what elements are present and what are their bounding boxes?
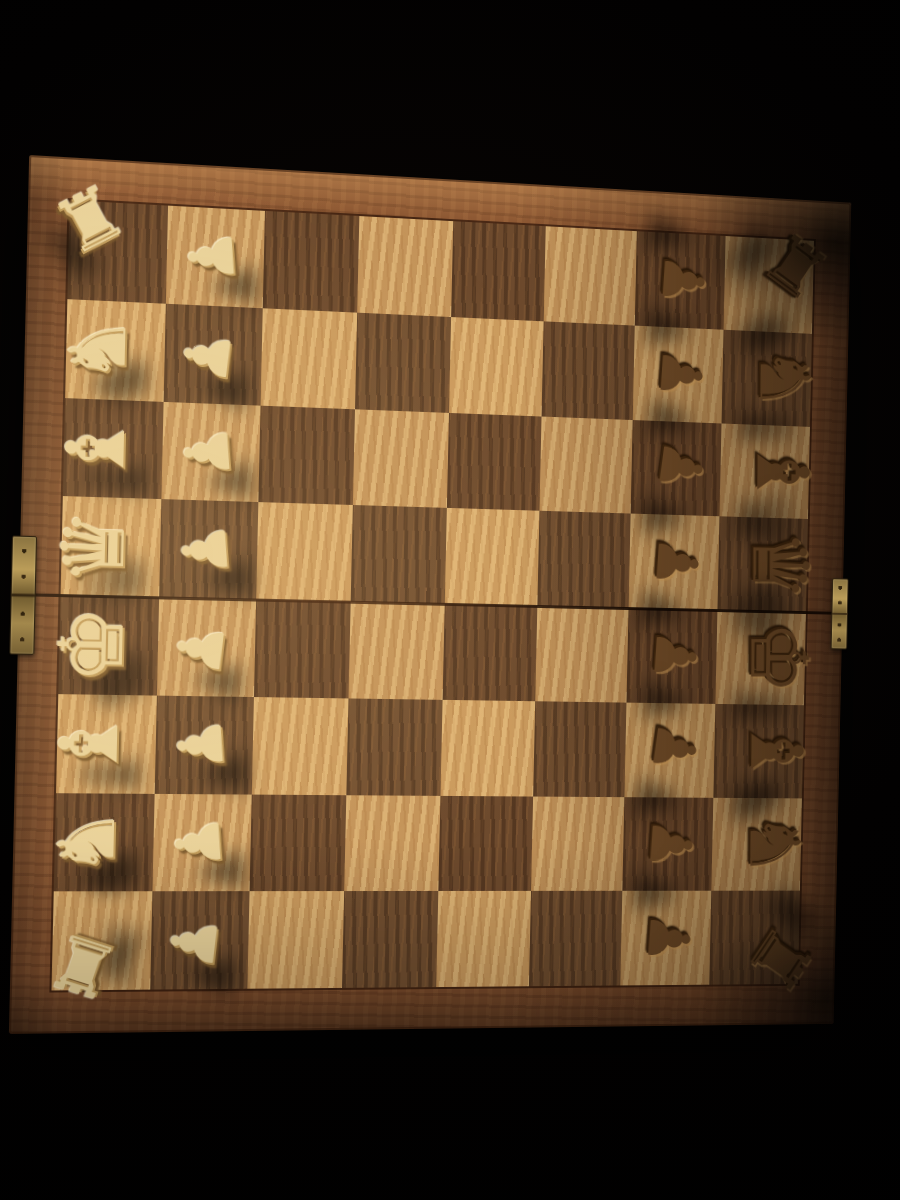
- square-g1[interactable]: ♞: [54, 793, 155, 892]
- photo-background: ♜♟♟♜♞♟♟♞♝♟♟♝♛♟♟♛♚♟♟♚♝♟♟♝♞♟♟♞♜♟♟♜: [0, 0, 900, 1200]
- chess-board: ♜♟♟♜♞♟♟♞♝♟♟♝♛♟♟♛♚♟♟♚♝♟♟♝♞♟♟♞♜♟♟♜: [9, 155, 851, 1034]
- white-bishop[interactable]: ♝: [56, 694, 157, 794]
- white-pawn[interactable]: ♟: [154, 695, 253, 794]
- square-g8[interactable]: ♞: [712, 797, 802, 891]
- square-g5[interactable]: [438, 795, 533, 891]
- black-pawn[interactable]: ♟: [630, 420, 722, 517]
- white-pawn[interactable]: ♟: [159, 499, 258, 599]
- square-h7[interactable]: ♟: [620, 891, 712, 985]
- white-knight[interactable]: ♞: [54, 793, 155, 892]
- square-c6[interactable]: [539, 416, 632, 514]
- square-c1[interactable]: ♝: [63, 398, 164, 500]
- square-b3[interactable]: [260, 308, 357, 409]
- square-d4[interactable]: [351, 505, 447, 604]
- square-e2[interactable]: ♟: [157, 597, 256, 696]
- square-b7[interactable]: ♟: [632, 325, 724, 423]
- white-knight[interactable]: ♞: [65, 299, 165, 401]
- square-h5[interactable]: [436, 891, 531, 987]
- black-knight[interactable]: ♞: [712, 797, 802, 891]
- square-h8[interactable]: ♜: [710, 891, 800, 985]
- square-g3[interactable]: [249, 794, 347, 891]
- black-bishop[interactable]: ♝: [720, 423, 810, 519]
- board-grid: ♜♟♟♜♞♟♟♞♝♟♟♝♛♟♟♛♚♟♟♚♝♟♟♝♞♟♟♞♜♟♟♜: [51, 200, 813, 990]
- black-rook[interactable]: ♜: [710, 891, 800, 985]
- square-d6[interactable]: [537, 511, 630, 608]
- black-pawn[interactable]: ♟: [620, 891, 712, 985]
- square-c7[interactable]: ♟: [630, 420, 722, 517]
- black-pawn[interactable]: ♟: [632, 325, 724, 423]
- square-c5[interactable]: [447, 412, 541, 511]
- black-pawn[interactable]: ♟: [624, 702, 716, 797]
- black-pawn[interactable]: ♟: [634, 231, 726, 329]
- square-g6[interactable]: [531, 796, 624, 891]
- square-h1[interactable]: ♜: [51, 891, 152, 990]
- square-e6[interactable]: [535, 606, 628, 702]
- square-g2[interactable]: ♟: [152, 793, 251, 891]
- white-pawn[interactable]: ♟: [163, 303, 262, 405]
- square-c3[interactable]: [258, 405, 355, 505]
- white-rook[interactable]: ♜: [67, 200, 167, 303]
- black-knight[interactable]: ♞: [722, 329, 812, 426]
- square-g4[interactable]: [344, 795, 440, 892]
- white-pawn[interactable]: ♟: [166, 206, 265, 308]
- square-e5[interactable]: [443, 604, 538, 701]
- square-f3[interactable]: [251, 697, 349, 795]
- black-pawn[interactable]: ♟: [628, 514, 720, 610]
- square-g7[interactable]: ♟: [622, 797, 714, 891]
- black-rook[interactable]: ♜: [724, 236, 814, 334]
- square-b4[interactable]: [355, 312, 451, 412]
- square-a5[interactable]: [451, 221, 545, 321]
- square-d7[interactable]: ♟: [628, 514, 720, 610]
- black-bishop[interactable]: ♝: [714, 704, 804, 798]
- black-pawn[interactable]: ♟: [622, 797, 714, 891]
- square-c2[interactable]: ♟: [161, 401, 260, 502]
- square-f7[interactable]: ♟: [624, 702, 716, 797]
- square-c8[interactable]: ♝: [720, 423, 810, 519]
- white-pawn[interactable]: ♟: [157, 597, 256, 696]
- square-e1[interactable]: ♚: [58, 595, 159, 695]
- square-a1[interactable]: ♜: [67, 200, 167, 303]
- square-e8[interactable]: ♚: [716, 610, 806, 705]
- square-e7[interactable]: ♟: [626, 608, 718, 704]
- square-h6[interactable]: [529, 891, 622, 986]
- square-b6[interactable]: [541, 321, 634, 419]
- square-f8[interactable]: ♝: [714, 704, 804, 798]
- square-d1[interactable]: ♛: [61, 496, 162, 597]
- white-rook[interactable]: ♜: [51, 891, 152, 990]
- right-hinge-icon: [831, 578, 849, 649]
- board-frame: ♜♟♟♜♞♟♟♞♝♟♟♝♛♟♟♛♚♟♟♚♝♟♟♝♞♟♟♞♜♟♟♜: [9, 155, 851, 1034]
- square-f5[interactable]: [440, 700, 535, 796]
- square-a4[interactable]: [357, 216, 453, 317]
- black-queen[interactable]: ♛: [718, 517, 808, 613]
- white-bishop[interactable]: ♝: [63, 398, 164, 500]
- square-d2[interactable]: ♟: [159, 499, 258, 599]
- square-b8[interactable]: ♞: [722, 329, 812, 426]
- square-e3[interactable]: [253, 600, 350, 699]
- white-pawn[interactable]: ♟: [150, 891, 249, 989]
- square-h2[interactable]: ♟: [150, 891, 249, 989]
- square-d3[interactable]: [256, 502, 353, 601]
- left-hinge-icon: [9, 536, 37, 655]
- white-pawn[interactable]: ♟: [161, 401, 260, 502]
- square-h3[interactable]: [247, 891, 345, 988]
- black-king[interactable]: ♚: [716, 610, 806, 705]
- square-a6[interactable]: [543, 226, 636, 325]
- square-b1[interactable]: ♞: [65, 299, 165, 401]
- square-a8[interactable]: ♜: [724, 236, 814, 334]
- square-d8[interactable]: ♛: [718, 517, 808, 613]
- square-f2[interactable]: ♟: [154, 695, 253, 794]
- square-a2[interactable]: ♟: [166, 206, 265, 308]
- square-c4[interactable]: [353, 409, 449, 508]
- square-f1[interactable]: ♝: [56, 694, 157, 794]
- square-d5[interactable]: [445, 508, 539, 606]
- square-b5[interactable]: [449, 317, 543, 416]
- square-h4[interactable]: [342, 891, 438, 988]
- white-queen[interactable]: ♛: [61, 496, 162, 597]
- square-b2[interactable]: ♟: [163, 303, 262, 405]
- square-f4[interactable]: [347, 698, 443, 795]
- white-king[interactable]: ♚: [58, 595, 159, 695]
- square-a7[interactable]: ♟: [634, 231, 726, 329]
- square-e4[interactable]: [349, 602, 445, 700]
- black-pawn[interactable]: ♟: [626, 608, 718, 704]
- square-a3[interactable]: [262, 211, 359, 313]
- white-pawn[interactable]: ♟: [152, 793, 251, 891]
- square-f6[interactable]: [533, 701, 626, 797]
